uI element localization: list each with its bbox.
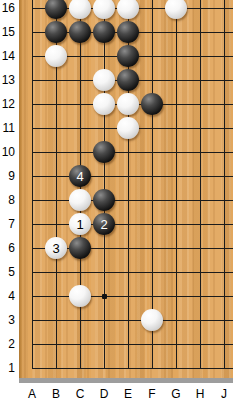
move-number-1: 1 (76, 218, 83, 231)
stone-black-D10[interactable] (93, 141, 115, 163)
stone-white-B6[interactable]: 3 (45, 237, 67, 259)
stone-white-D13[interactable] (93, 69, 115, 91)
col-label-G: G (166, 387, 186, 402)
stone-black-B16[interactable] (45, 0, 67, 19)
row-label-2: 2 (0, 336, 15, 352)
row-label-4: 4 (0, 288, 15, 304)
board-left-edge (19, 0, 22, 378)
grid-line-row-3 (32, 320, 233, 321)
stone-black-D7[interactable]: 2 (93, 213, 115, 235)
stone-white-D12[interactable] (93, 93, 115, 115)
stone-white-C8[interactable] (69, 189, 91, 211)
move-number-4: 4 (76, 170, 83, 183)
row-label-16: 16 (0, 0, 15, 16)
stone-white-E12[interactable] (117, 93, 139, 115)
stone-black-E15[interactable] (117, 21, 139, 43)
stone-white-C7[interactable]: 1 (69, 213, 91, 235)
row-label-14: 14 (0, 48, 15, 64)
row-label-8: 8 (0, 192, 15, 208)
stone-black-C9[interactable]: 4 (69, 165, 91, 187)
row-label-3: 3 (0, 312, 15, 328)
stone-white-C16[interactable] (69, 0, 91, 19)
stone-black-E14[interactable] (117, 45, 139, 67)
stone-white-E16[interactable] (117, 0, 139, 19)
row-label-11: 11 (0, 120, 15, 136)
grid-line-row-10 (32, 152, 233, 153)
col-label-D: D (94, 387, 114, 402)
board-bottom-shadow (19, 378, 233, 383)
row-label-1: 1 (0, 360, 15, 376)
stone-white-D16[interactable] (93, 0, 115, 19)
stone-black-D15[interactable] (93, 21, 115, 43)
col-label-H: H (190, 387, 210, 402)
col-label-F: F (142, 387, 162, 402)
col-label-E: E (118, 387, 138, 402)
col-label-J: J (214, 387, 233, 402)
stone-white-G16[interactable] (165, 0, 187, 19)
col-label-A: A (22, 387, 42, 402)
move-number-3: 3 (52, 242, 59, 255)
stone-black-B15[interactable] (45, 21, 67, 43)
stone-white-F3[interactable] (141, 309, 163, 331)
grid-line-row-9 (32, 176, 233, 177)
grid-line-row-4 (32, 296, 233, 297)
col-label-B: B (46, 387, 66, 402)
go-board[interactable]: 4123 (19, 0, 233, 378)
row-label-5: 5 (0, 264, 15, 280)
row-label-7: 7 (0, 216, 15, 232)
stone-white-B14[interactable] (45, 45, 67, 67)
stone-black-D8[interactable] (93, 189, 115, 211)
row-label-15: 15 (0, 24, 15, 40)
stone-white-E11[interactable] (117, 117, 139, 139)
grid-line-row-7 (32, 224, 233, 225)
col-label-C: C (70, 387, 90, 402)
row-label-13: 13 (0, 72, 15, 88)
move-number-2: 2 (100, 218, 107, 231)
stone-white-C4[interactable] (69, 285, 91, 307)
grid-line-row-8 (32, 200, 233, 201)
grid-line-row-5 (32, 272, 233, 273)
stone-black-F12[interactable] (141, 93, 163, 115)
row-label-9: 9 (0, 168, 15, 184)
stone-black-C6[interactable] (69, 237, 91, 259)
stone-black-C15[interactable] (69, 21, 91, 43)
row-label-12: 12 (0, 96, 15, 112)
grid-line-row-2 (32, 344, 233, 345)
row-label-6: 6 (0, 240, 15, 256)
stone-black-E13[interactable] (117, 69, 139, 91)
star-point-D4 (102, 294, 107, 299)
grid-line-row-1 (32, 368, 233, 369)
row-label-10: 10 (0, 144, 15, 160)
go-board-diagram: 4123 16151413121110987654321ABCDEFGHJ (0, 0, 233, 404)
